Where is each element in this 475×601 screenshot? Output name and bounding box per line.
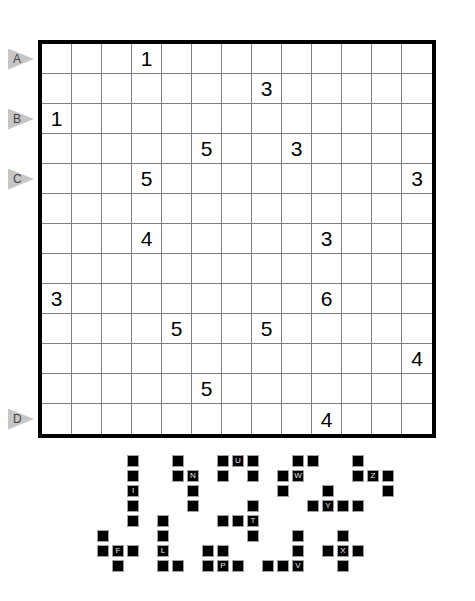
pentomino-f-letter-cell: F [112,545,124,557]
grid-cell-r13c5[interactable] [162,404,192,434]
pentomino-cell [352,545,364,557]
grid-cell-r4c12[interactable] [372,134,402,164]
grid-cell-r3c10[interactable] [312,104,342,134]
grid-cell-r12c3[interactable] [102,374,132,404]
pentomino-cell [187,485,199,497]
grid-cell-r13c7[interactable] [222,404,252,434]
pentomino-p-letter-cell: P [217,560,229,572]
grid-cell-r2c13[interactable] [402,74,432,104]
grid-cell-r4c1[interactable] [42,134,72,164]
pentomino-y-letter-cell: Y [322,500,334,512]
grid-cell-r6c4[interactable] [132,194,162,224]
grid-cell-r12c8[interactable] [252,374,282,404]
grid-cell-r10c7[interactable] [222,314,252,344]
grid-cell-r12c6: 5 [192,374,222,404]
grid-cell-r4c3[interactable] [102,134,132,164]
grid-cell-r13c4[interactable] [132,404,162,434]
grid-cell-r4c13[interactable] [402,134,432,164]
grid-cell-r9c13[interactable] [402,284,432,314]
clue-number: 1 [51,108,63,129]
grid-cell-r1c6[interactable] [192,44,222,74]
grid-cell-r11c10[interactable] [312,344,342,374]
grid-cell-r12c1[interactable] [42,374,72,404]
grid-cell-r4c8[interactable] [252,134,282,164]
pentomino-cell [247,500,259,512]
grid-cell-r4c6: 5 [192,134,222,164]
pentomino-cell [337,500,349,512]
grid-cell-r10c1[interactable] [42,314,72,344]
grid-cell-r3c12[interactable] [372,104,402,134]
pentomino-cell [217,455,229,467]
grid-cell-r8c2[interactable] [72,254,102,284]
grid-cell-r7c13[interactable] [402,224,432,254]
grid-cell-r1c8[interactable] [252,44,282,74]
pentomino-n-letter-cell: N [187,470,199,482]
pentomino-cell [247,455,259,467]
grid-cell-r5c9[interactable] [282,164,312,194]
pentomino-v-letter-cell: V [292,560,304,572]
grid-cell-r1c11[interactable] [342,44,372,74]
pentomino-u-letter-cell: U [232,455,244,467]
grid-cell-r12c2[interactable] [72,374,102,404]
grid-cell-r7c6[interactable] [192,224,222,254]
grid-cell-r5c3[interactable] [102,164,132,194]
grid-cell-r4c7[interactable] [222,134,252,164]
grid-cell-r13c1[interactable] [42,404,72,434]
grid-cell-r13c12[interactable] [372,404,402,434]
pentomino-x-letter-cell: X [337,545,349,557]
pentomino-cell [322,485,334,497]
grid-cell-r8c1[interactable] [42,254,72,284]
pentomino-cell [262,560,274,572]
grid-cell-r13c11[interactable] [342,404,372,434]
grid-cell-r12c5[interactable] [162,374,192,404]
pentomino-cell [232,560,244,572]
grid-cell-r1c13[interactable] [402,44,432,74]
grid-cell-r9c7[interactable] [222,284,252,314]
grid-cell-r2c8: 3 [252,74,282,104]
answer-row-marker-a: A [8,49,34,70]
puzzle-grid: 1315353433655454 [38,40,436,438]
grid-cell-r8c12[interactable] [372,254,402,284]
grid-cell-r13c10: 4 [312,404,342,434]
clue-number: 5 [261,318,273,339]
pentomino-cell [232,515,244,527]
pentomino-cell [292,545,304,557]
grid-cell-r10c5: 5 [162,314,192,344]
grid-cell-r8c8[interactable] [252,254,282,284]
grid-cell-r6c5[interactable] [162,194,192,224]
grid-cell-r13c3[interactable] [102,404,132,434]
pentomino-cell [247,470,259,482]
grid-cell-r8c5[interactable] [162,254,192,284]
grid-cell-r13c6[interactable] [192,404,222,434]
grid-cell-r7c9[interactable] [282,224,312,254]
grid-cell-r11c6[interactable] [192,344,222,374]
pentomino-cell [352,455,364,467]
grid-cell-r12c11[interactable] [342,374,372,404]
grid-cell-r2c5[interactable] [162,74,192,104]
clue-number: 3 [321,228,333,249]
grid-cell-r5c1[interactable] [42,164,72,194]
grid-cell-r13c8[interactable] [252,404,282,434]
grid-cell-r9c12[interactable] [372,284,402,314]
pentomino-cell [172,470,184,482]
grid-cell-r3c4[interactable] [132,104,162,134]
grid-cell-r5c13: 3 [402,164,432,194]
grid-cell-r1c7[interactable] [222,44,252,74]
grid-cell-r5c10[interactable] [312,164,342,194]
grid-cell-r2c1[interactable] [42,74,72,104]
clue-number: 6 [321,288,333,309]
pentomino-cell [172,455,184,467]
grid-cell-r7c2[interactable] [72,224,102,254]
grid-cell-r13c13[interactable] [402,404,432,434]
grid-cell-r5c2[interactable] [72,164,102,194]
grid-cell-r5c8[interactable] [252,164,282,194]
grid-cell-r7c8[interactable] [252,224,282,254]
grid-cell-r10c12[interactable] [372,314,402,344]
grid-cell-r6c9[interactable] [282,194,312,224]
pentomino-z-letter-cell: Z [367,470,379,482]
pentomino-cell [352,470,364,482]
grid-cell-r11c13: 4 [402,344,432,374]
grid-cell-r2c6[interactable] [192,74,222,104]
pentomino-cell [217,470,229,482]
grid-cell-r2c2[interactable] [72,74,102,104]
grid-cell-r8c7[interactable] [222,254,252,284]
grid-cell-r12c4[interactable] [132,374,162,404]
pentomino-cell [202,545,214,557]
pentomino-cell [202,560,214,572]
grid-cell-r10c10[interactable] [312,314,342,344]
pentomino-cell [127,545,139,557]
grid-cell-r8c4[interactable] [132,254,162,284]
grid-cell-r9c6[interactable] [192,284,222,314]
clue-number: 5 [141,168,153,189]
grid-cell-r11c5[interactable] [162,344,192,374]
pentomino-cell [217,515,229,527]
pentomino-cell [127,515,139,527]
grid-cell-r7c4: 4 [132,224,162,254]
grid-cell-r3c9[interactable] [282,104,312,134]
pentomino-cell [157,515,169,527]
grid-cell-r2c11[interactable] [342,74,372,104]
grid-cell-r6c11[interactable] [342,194,372,224]
grid-cell-r11c3[interactable] [102,344,132,374]
clue-number: 5 [201,138,213,159]
grid-cell-r6c6[interactable] [192,194,222,224]
pentomino-cell [307,500,319,512]
grid-cell-r2c7[interactable] [222,74,252,104]
clue-number: 3 [261,78,273,99]
grid-cell-r1c4: 1 [132,44,162,74]
pentomino-cell [127,470,139,482]
grid-cell-r13c9[interactable] [282,404,312,434]
grid-cell-r4c10[interactable] [312,134,342,164]
grid-cell-r6c8[interactable] [252,194,282,224]
grid-cell-r6c13[interactable] [402,194,432,224]
grid-cell-r3c8[interactable] [252,104,282,134]
grid-cell-r4c4[interactable] [132,134,162,164]
clue-number: 4 [321,409,333,430]
pentomino-bank: UNWZIYTFLXPV [97,455,397,575]
grid-cell-r11c2[interactable] [72,344,102,374]
grid-cell-r5c11[interactable] [342,164,372,194]
marker-label: C [13,173,22,185]
grid-cell-r1c9[interactable] [282,44,312,74]
grid-cell-r7c7[interactable] [222,224,252,254]
clue-number: 3 [411,168,423,189]
pentomino-cell [97,545,109,557]
grid-cell-r1c1[interactable] [42,44,72,74]
grid-cell-r8c9[interactable] [282,254,312,284]
grid-cell-r10c11[interactable] [342,314,372,344]
grid-cell-r1c5[interactable] [162,44,192,74]
grid-cell-r10c8: 5 [252,314,282,344]
pentomino-cell [292,530,304,542]
answer-row-marker-d: D [8,409,34,430]
clue-number: 4 [141,228,153,249]
clue-number: 5 [201,378,213,399]
pentomino-cell [382,485,394,497]
clue-number: 3 [291,138,303,159]
pentomino-cell [277,470,289,482]
pentomino-cell [352,500,364,512]
marker-label: A [13,53,21,65]
grid-cell-r6c3[interactable] [102,194,132,224]
pentomino-cell [292,455,304,467]
grid-cell-r9c9[interactable] [282,284,312,314]
grid-cell-r3c6[interactable] [192,104,222,134]
grid-cell-r13c2[interactable] [72,404,102,434]
grid-cell-r9c10: 6 [312,284,342,314]
pentomino-cell [247,530,259,542]
grid-cell-r12c10[interactable] [312,374,342,404]
grid-cell-r3c7[interactable] [222,104,252,134]
grid-cell-r11c9[interactable] [282,344,312,374]
pentomino-cell [112,560,124,572]
grid-cell-r12c9[interactable] [282,374,312,404]
grid-cell-r8c10[interactable] [312,254,342,284]
clue-number: 1 [141,48,153,69]
grid-cell-r7c3[interactable] [102,224,132,254]
answer-row-marker-c: C [8,169,34,190]
pentomino-l-letter-cell: L [157,545,169,557]
grid-cell-r3c2[interactable] [72,104,102,134]
pentomino-cell [382,470,394,482]
grid-cell-r6c1[interactable] [42,194,72,224]
grid-cell-r5c5[interactable] [162,164,192,194]
grid-cell-r9c3[interactable] [102,284,132,314]
grid-cell-r4c9: 3 [282,134,312,164]
grid-cell-r12c13[interactable] [402,374,432,404]
grid-cell-r2c9[interactable] [282,74,312,104]
grid-cell-r6c7[interactable] [222,194,252,224]
grid-cell-r7c5[interactable] [162,224,192,254]
puzzle-page: 1315353433655454 ABCD UNWZIYTFLXPV [0,0,475,601]
grid-cell-r9c5[interactable] [162,284,192,314]
grid-cell-r10c9[interactable] [282,314,312,344]
answer-row-marker-b: B [8,109,34,130]
grid-cell-r10c4[interactable] [132,314,162,344]
grid-cell-r3c11[interactable] [342,104,372,134]
grid-cell-r7c10: 3 [312,224,342,254]
grid-cell-r7c11[interactable] [342,224,372,254]
grid-cell-r7c12[interactable] [372,224,402,254]
grid-cell-r11c7[interactable] [222,344,252,374]
clue-number: 5 [171,318,183,339]
pentomino-cell [322,545,334,557]
grid-cell-r10c13[interactable] [402,314,432,344]
pentomino-cell [337,530,349,542]
grid-cell-r4c11[interactable] [342,134,372,164]
pentomino-cell [277,560,289,572]
pentomino-cell [157,560,169,572]
grid-cell-r11c12[interactable] [372,344,402,374]
grid-cell-r11c1[interactable] [42,344,72,374]
pentomino-cell [157,530,169,542]
grid-cell-r2c10[interactable] [312,74,342,104]
grid-cell-r8c6[interactable] [192,254,222,284]
grid-cell-r6c12[interactable] [372,194,402,224]
grid-cell-r6c10[interactable] [312,194,342,224]
grid-cell-r1c2[interactable] [72,44,102,74]
pentomino-cell [172,560,184,572]
grid-cell-r5c4: 5 [132,164,162,194]
pentomino-cell [127,500,139,512]
grid-cell-r4c2[interactable] [72,134,102,164]
grid-cell-r3c1: 1 [42,104,72,134]
grid-cell-r12c7[interactable] [222,374,252,404]
grid-cell-r11c8[interactable] [252,344,282,374]
grid-cell-r1c3[interactable] [102,44,132,74]
pentomino-w-letter-cell: W [292,470,304,482]
pentomino-cell [97,530,109,542]
grid-cell-r5c6[interactable] [192,164,222,194]
grid-cell-r2c4[interactable] [132,74,162,104]
grid-cell-r2c12[interactable] [372,74,402,104]
pentomino-cell [277,485,289,497]
grid-cell-r1c10[interactable] [312,44,342,74]
grid-cell-r1c12[interactable] [372,44,402,74]
marker-label: D [13,413,22,425]
pentomino-cell [307,455,319,467]
grid-cell-r10c3[interactable] [102,314,132,344]
grid-cell-r10c2[interactable] [72,314,102,344]
grid-cell-r5c7[interactable] [222,164,252,194]
grid-cell-r2c3[interactable] [102,74,132,104]
grid-cell-r6c2[interactable] [72,194,102,224]
grid-cell-r11c4[interactable] [132,344,162,374]
grid-cell-r5c12[interactable] [372,164,402,194]
pentomino-cell [127,455,139,467]
grid-cell-r12c12[interactable] [372,374,402,404]
pentomino-cell [337,560,349,572]
pentomino-cell [217,545,229,557]
grid-cell-r9c8[interactable] [252,284,282,314]
pentomino-t-letter-cell: T [247,515,259,527]
grid-cell-r10c6[interactable] [192,314,222,344]
grid-cell-r3c13[interactable] [402,104,432,134]
pentomino-cell [187,500,199,512]
grid-cell-r7c1[interactable] [42,224,72,254]
grid-cell-r3c5[interactable] [162,104,192,134]
grid-cell-r4c5[interactable] [162,134,192,164]
clue-number: 4 [411,348,423,369]
grid-cell-r9c1: 3 [42,284,72,314]
grid-cell-r8c3[interactable] [102,254,132,284]
grid-cell-r9c2[interactable] [72,284,102,314]
clue-number: 3 [51,288,63,309]
grid-cell-r9c4[interactable] [132,284,162,314]
grid-cell-r11c11[interactable] [342,344,372,374]
pentomino-i-letter-cell: I [127,485,139,497]
marker-label: B [13,113,21,125]
grid-cell-r8c11[interactable] [342,254,372,284]
grid-cell-r3c3[interactable] [102,104,132,134]
grid-cell-r9c11[interactable] [342,284,372,314]
grid-cell-r8c13[interactable] [402,254,432,284]
